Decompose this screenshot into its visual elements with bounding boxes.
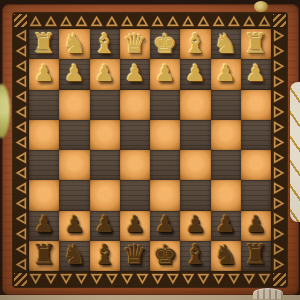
square-h1[interactable]: ♜ (241, 241, 271, 271)
square-g7[interactable]: ♟ (211, 59, 241, 89)
piece-bronze-bishop[interactable]: ♝ (183, 241, 207, 268)
square-d4[interactable] (120, 150, 150, 180)
square-d3[interactable] (120, 180, 150, 210)
square-c6[interactable] (90, 90, 120, 120)
square-c3[interactable] (90, 180, 120, 210)
piece-gold-rook[interactable]: ♜ (244, 30, 268, 57)
square-b2[interactable]: ♟ (59, 211, 89, 241)
piece-gold-pawn[interactable]: ♟ (185, 62, 206, 85)
square-e1[interactable]: ♚ (150, 241, 180, 271)
square-f4[interactable] (180, 150, 210, 180)
square-g8[interactable]: ♞ (211, 29, 241, 59)
piece-bronze-king[interactable]: ♚ (153, 241, 177, 268)
square-c8[interactable]: ♝ (90, 29, 120, 59)
border-corner-hatch (272, 272, 287, 287)
piece-gold-pawn[interactable]: ♟ (34, 62, 55, 85)
square-e3[interactable] (150, 180, 180, 210)
square-e4[interactable] (150, 150, 180, 180)
piece-gold-rook[interactable]: ♜ (32, 30, 56, 57)
square-a4[interactable] (29, 150, 59, 180)
square-g2[interactable]: ♟ (211, 211, 241, 241)
square-f5[interactable] (180, 120, 210, 150)
triangle-strip-right (272, 28, 287, 272)
square-b5[interactable] (59, 120, 89, 150)
square-c5[interactable] (90, 120, 120, 150)
piece-gold-bishop[interactable]: ♝ (183, 30, 207, 57)
square-f8[interactable]: ♝ (180, 29, 210, 59)
square-b6[interactable] (59, 90, 89, 120)
square-e7[interactable]: ♟ (150, 59, 180, 89)
piece-gold-pawn[interactable]: ♟ (155, 62, 176, 85)
square-h8[interactable]: ♜ (241, 29, 271, 59)
border-corner-hatch (272, 13, 287, 28)
square-d5[interactable] (120, 120, 150, 150)
square-a1[interactable]: ♜ (29, 241, 59, 271)
piece-gold-king[interactable]: ♚ (153, 30, 177, 57)
square-f3[interactable] (180, 180, 210, 210)
piece-bronze-pawn[interactable]: ♟ (185, 213, 206, 236)
piece-bronze-rook[interactable]: ♜ (244, 241, 268, 268)
square-c2[interactable]: ♟ (90, 211, 120, 241)
piece-bronze-knight[interactable]: ♞ (62, 241, 86, 268)
piece-bronze-rook[interactable]: ♜ (32, 241, 56, 268)
piece-gold-bishop[interactable]: ♝ (93, 30, 117, 57)
square-a5[interactable] (29, 120, 59, 150)
square-b3[interactable] (59, 180, 89, 210)
piece-bronze-pawn[interactable]: ♟ (125, 213, 146, 236)
square-e8[interactable]: ♚ (150, 29, 180, 59)
square-d2[interactable]: ♟ (120, 211, 150, 241)
background-shell-object (253, 288, 283, 299)
square-g1[interactable]: ♞ (211, 241, 241, 271)
square-b4[interactable] (59, 150, 89, 180)
square-h6[interactable] (241, 90, 271, 120)
chess-board[interactable]: ♜♞♝♛♚♝♞♜♟♟♟♟♟♟♟♟♟♟♟♟♟♟♟♟♜♞♝♛♚♝♞♜ (28, 28, 272, 272)
piece-bronze-knight[interactable]: ♞ (214, 241, 238, 268)
piece-gold-pawn[interactable]: ♟ (64, 62, 85, 85)
square-g5[interactable] (211, 120, 241, 150)
square-h4[interactable] (241, 150, 271, 180)
square-g3[interactable] (211, 180, 241, 210)
square-d7[interactable]: ♟ (120, 59, 150, 89)
piece-gold-pawn[interactable]: ♟ (246, 62, 267, 85)
square-f6[interactable] (180, 90, 210, 120)
square-c7[interactable]: ♟ (90, 59, 120, 89)
border-corner-hatch (13, 272, 28, 287)
square-d6[interactable] (120, 90, 150, 120)
square-b7[interactable]: ♟ (59, 59, 89, 89)
piece-gold-pawn[interactable]: ♟ (125, 62, 146, 85)
square-b8[interactable]: ♞ (59, 29, 89, 59)
square-e6[interactable] (150, 90, 180, 120)
piece-gold-queen[interactable]: ♛ (123, 30, 147, 57)
triangle-strip-top (28, 13, 272, 28)
piece-gold-knight[interactable]: ♞ (62, 30, 86, 57)
square-d8[interactable]: ♛ (120, 29, 150, 59)
square-a2[interactable]: ♟ (29, 211, 59, 241)
square-c4[interactable] (90, 150, 120, 180)
square-e2[interactable]: ♟ (150, 211, 180, 241)
square-e5[interactable] (150, 120, 180, 150)
triangle-strip-left (13, 28, 28, 272)
square-h3[interactable] (241, 180, 271, 210)
piece-gold-knight[interactable]: ♞ (214, 30, 238, 57)
piece-bronze-pawn[interactable]: ♟ (94, 213, 115, 236)
square-a3[interactable] (29, 180, 59, 210)
overhanging-piece-tip (254, 1, 268, 12)
square-a7[interactable]: ♟ (29, 59, 59, 89)
piece-gold-pawn[interactable]: ♟ (94, 62, 115, 85)
background-white-ornament (290, 82, 300, 222)
square-a8[interactable]: ♜ (29, 29, 59, 59)
piece-bronze-pawn[interactable]: ♟ (34, 213, 55, 236)
square-b1[interactable]: ♞ (59, 241, 89, 271)
piece-gold-pawn[interactable]: ♟ (215, 62, 236, 85)
square-h2[interactable]: ♟ (241, 211, 271, 241)
piece-bronze-queen[interactable]: ♛ (123, 241, 147, 268)
square-f7[interactable]: ♟ (180, 59, 210, 89)
square-g6[interactable] (211, 90, 241, 120)
piece-bronze-pawn[interactable]: ♟ (246, 213, 267, 236)
photo-stage: ♜♞♝♛♚♝♞♜♟♟♟♟♟♟♟♟♟♟♟♟♟♟♟♟♜♞♝♛♚♝♞♜ (0, 0, 300, 300)
piece-bronze-bishop[interactable]: ♝ (93, 241, 117, 268)
square-a6[interactable] (29, 90, 59, 120)
square-g4[interactable] (211, 150, 241, 180)
square-h5[interactable] (241, 120, 271, 150)
square-f2[interactable]: ♟ (180, 211, 210, 241)
square-f1[interactable]: ♝ (180, 241, 210, 271)
piece-bronze-pawn[interactable]: ♟ (215, 213, 236, 236)
piece-bronze-pawn[interactable]: ♟ (64, 213, 85, 236)
square-h7[interactable]: ♟ (241, 59, 271, 89)
border-corner-hatch (13, 13, 28, 28)
square-d1[interactable]: ♛ (120, 241, 150, 271)
triangle-strip-bottom (28, 272, 272, 287)
piece-bronze-pawn[interactable]: ♟ (155, 213, 176, 236)
square-c1[interactable]: ♝ (90, 241, 120, 271)
